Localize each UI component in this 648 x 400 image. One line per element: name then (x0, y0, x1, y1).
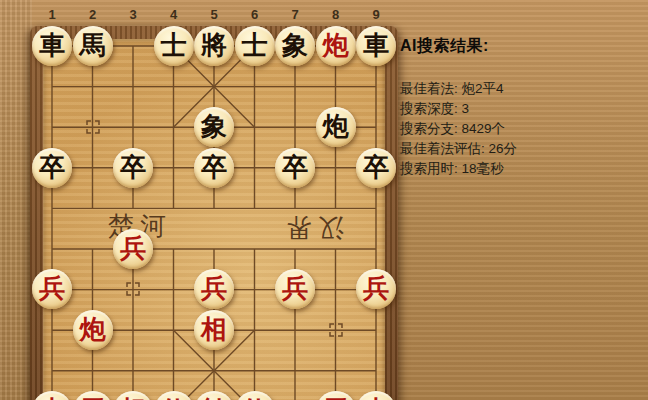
panel-lines: 最佳着法: 炮2平4 搜索深度: 3 搜索分支: 8429个 最佳着法评估: 2… (400, 79, 517, 179)
piece-glyph: 兵 (120, 236, 146, 262)
piece-glyph: 馬 (80, 33, 106, 59)
piece-black-象-7-1[interactable]: 象 (275, 26, 315, 66)
piece-black-卒-3-4[interactable]: 卒 (113, 148, 153, 188)
background-wood-strip (0, 0, 32, 400)
piece-glyph: 象 (201, 114, 227, 140)
piece-black-士-4-1[interactable]: 士 (154, 26, 194, 66)
xiangqi-board[interactable]: 楚河 汉界 123456789 車馬士將士象炮車象炮卒卒卒卒卒兵兵兵兵兵炮相車馬… (30, 26, 398, 400)
info-line-search-depth: 搜索深度: 3 (400, 99, 517, 119)
piece-glyph: 車 (39, 33, 65, 59)
piece-glyph: 象 (282, 33, 308, 59)
piece-glyph: 兵 (39, 276, 65, 302)
info-line-best-move-eval: 最佳着法评估: 26分 (400, 139, 517, 159)
column-label-4: 4 (164, 8, 184, 22)
piece-black-車-9-1[interactable]: 車 (356, 26, 396, 66)
piece-black-卒-9-4[interactable]: 卒 (356, 148, 396, 188)
piece-glyph: 卒 (39, 155, 65, 181)
piece-black-卒-5-4[interactable]: 卒 (194, 148, 234, 188)
piece-black-象-5-3[interactable]: 象 (194, 107, 234, 147)
piece-glyph: 士 (161, 33, 187, 59)
piece-glyph: 兵 (363, 276, 389, 302)
column-label-9: 9 (366, 8, 386, 22)
column-label-2: 2 (83, 8, 103, 22)
column-label-5: 5 (204, 8, 224, 22)
piece-glyph: 卒 (201, 155, 227, 181)
piece-black-炮-8-3[interactable]: 炮 (316, 107, 356, 147)
ai-search-results-panel: AI搜索结果: 最佳着法: 炮2平4 搜索深度: 3 搜索分支: 8429个 最… (400, 0, 648, 400)
piece-red-炮-8-1[interactable]: 炮 (316, 26, 356, 66)
position-marker (85, 119, 101, 135)
piece-glyph: 士 (242, 33, 268, 59)
piece-black-卒-1-4[interactable]: 卒 (32, 148, 72, 188)
piece-glyph: 炮 (323, 33, 349, 59)
piece-glyph: 車 (363, 33, 389, 59)
column-label-8: 8 (326, 8, 346, 22)
column-label-6: 6 (245, 8, 265, 22)
position-marker (328, 322, 344, 338)
piece-black-車-1-1[interactable]: 車 (32, 26, 72, 66)
position-marker (125, 281, 141, 297)
column-label-7: 7 (285, 8, 305, 22)
piece-red-相-5-8[interactable]: 相 (194, 310, 234, 350)
piece-red-兵-3-6[interactable]: 兵 (113, 229, 153, 269)
info-line-search-branches: 搜索分支: 8429个 (400, 119, 517, 139)
piece-glyph: 炮 (80, 317, 106, 343)
piece-black-將-5-1[interactable]: 將 (194, 26, 234, 66)
piece-glyph: 卒 (282, 155, 308, 181)
piece-glyph: 相 (201, 317, 227, 343)
column-label-1: 1 (42, 8, 62, 22)
piece-glyph: 卒 (363, 155, 389, 181)
panel-title: AI搜索结果: (400, 36, 489, 57)
piece-glyph: 兵 (201, 276, 227, 302)
info-line-search-time: 搜索用时: 18毫秒 (400, 159, 517, 179)
piece-black-馬-2-1[interactable]: 馬 (73, 26, 113, 66)
piece-black-士-6-1[interactable]: 士 (235, 26, 275, 66)
piece-red-炮-2-8[interactable]: 炮 (73, 310, 113, 350)
piece-glyph: 卒 (120, 155, 146, 181)
info-line-best-move: 最佳着法: 炮2平4 (400, 79, 517, 99)
piece-red-兵-9-7[interactable]: 兵 (356, 269, 396, 309)
piece-glyph: 炮 (323, 114, 349, 140)
piece-black-卒-7-4[interactable]: 卒 (275, 148, 315, 188)
piece-glyph: 兵 (282, 276, 308, 302)
column-label-3: 3 (123, 8, 143, 22)
piece-glyph: 將 (201, 33, 227, 59)
